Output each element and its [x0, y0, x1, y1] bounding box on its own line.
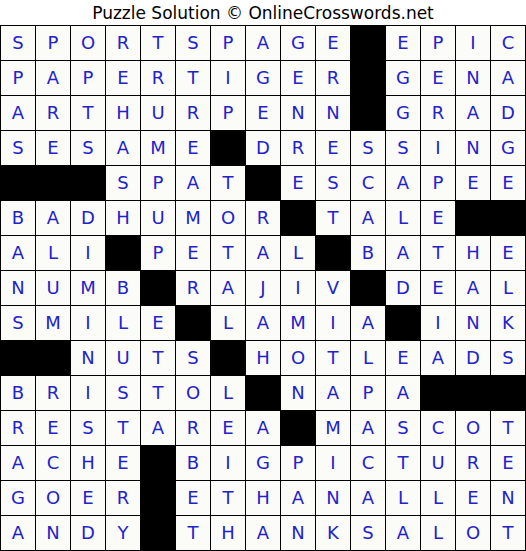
grid-cell: A — [1, 96, 35, 130]
grid-cell: H — [211, 516, 245, 550]
block-cell — [1, 341, 35, 375]
grid-cell: H — [106, 201, 140, 235]
grid-cell: C — [421, 411, 455, 445]
block-cell — [71, 166, 105, 200]
grid-cell: A — [246, 306, 280, 340]
grid-cell: P — [421, 166, 455, 200]
grid-cell: R — [456, 446, 490, 480]
grid-cell: L — [421, 481, 455, 515]
puzzle-solution-page: Puzzle Solution © OnlineCrosswords.net S… — [0, 0, 526, 551]
grid-cell: T — [316, 341, 350, 375]
grid-cell: E — [281, 166, 315, 200]
grid-cell: P — [211, 96, 245, 130]
grid-cell: I — [71, 376, 105, 410]
grid-cell: A — [141, 411, 175, 445]
grid-cell: A — [1, 446, 35, 480]
grid-cell: A — [421, 341, 455, 375]
grid-cell: B — [351, 236, 385, 270]
block-cell — [141, 481, 175, 515]
grid-cell: N — [281, 516, 315, 550]
grid-cell: T — [176, 61, 210, 95]
block-cell — [141, 516, 175, 550]
grid-cell: I — [316, 306, 350, 340]
grid-cell: A — [456, 271, 490, 305]
grid-cell: D — [71, 516, 105, 550]
grid-cell: L — [106, 306, 140, 340]
grid-cell: U — [141, 201, 175, 235]
grid-cell: A — [246, 411, 280, 445]
grid-cell: E — [281, 61, 315, 95]
grid-cell: O — [456, 516, 490, 550]
grid-cell: I — [281, 271, 315, 305]
grid-cell: P — [351, 376, 385, 410]
grid-cell: M — [176, 201, 210, 235]
grid-cell: U — [106, 341, 140, 375]
grid-cell: P — [141, 166, 175, 200]
grid-cell: U — [421, 446, 455, 480]
block-cell — [211, 341, 245, 375]
grid-cell: O — [211, 201, 245, 235]
grid-cell: E — [386, 26, 420, 60]
grid-cell: S — [351, 131, 385, 165]
grid-cell: T — [211, 166, 245, 200]
grid-cell: R — [246, 201, 280, 235]
grid-cell: S — [386, 131, 420, 165]
grid-cell: I — [211, 61, 245, 95]
grid-cell: G — [386, 96, 420, 130]
grid-cell: N — [456, 131, 490, 165]
grid-cell: S — [106, 166, 140, 200]
block-cell — [386, 306, 420, 340]
grid-cell: H — [106, 96, 140, 130]
grid-cell: P — [421, 26, 455, 60]
block-cell — [246, 376, 280, 410]
grid-cell: T — [211, 481, 245, 515]
grid-cell: T — [176, 516, 210, 550]
grid-cell: I — [421, 131, 455, 165]
grid-cell: L — [211, 306, 245, 340]
grid-cell: E — [106, 61, 140, 95]
grid-cell: E — [421, 61, 455, 95]
grid-cell: L — [386, 481, 420, 515]
grid-cell: T — [141, 341, 175, 375]
grid-cell: P — [141, 236, 175, 270]
grid-cell: V — [316, 271, 350, 305]
grid-cell: R — [1, 411, 35, 445]
grid-cell: I — [421, 306, 455, 340]
grid-cell: L — [351, 341, 385, 375]
grid-cell: E — [176, 236, 210, 270]
grid-cell: S — [386, 411, 420, 445]
grid-cell: O — [281, 341, 315, 375]
grid-cell: E — [211, 411, 245, 445]
grid-cell: T — [141, 26, 175, 60]
grid-cell: D — [246, 131, 280, 165]
grid-cell: N — [281, 376, 315, 410]
grid-cell: A — [386, 376, 420, 410]
grid-cell: A — [491, 61, 525, 95]
grid-cell: N — [316, 96, 350, 130]
grid-cell: T — [491, 516, 525, 550]
grid-cell: G — [246, 61, 280, 95]
block-cell — [491, 201, 525, 235]
grid-cell: A — [386, 236, 420, 270]
page-title: Puzzle Solution © OnlineCrosswords.net — [0, 0, 526, 25]
grid-cell: A — [351, 201, 385, 235]
grid-cell: A — [211, 271, 245, 305]
grid-cell: P — [71, 61, 105, 95]
grid-cell: C — [351, 166, 385, 200]
grid-cell: B — [106, 271, 140, 305]
grid-cell: S — [1, 306, 35, 340]
block-cell — [141, 446, 175, 480]
grid-cell: T — [71, 96, 105, 130]
grid-cell: P — [211, 26, 245, 60]
block-cell — [281, 201, 315, 235]
grid-cell: G — [491, 131, 525, 165]
grid-cell: E — [421, 201, 455, 235]
block-cell — [421, 376, 455, 410]
grid-cell: G — [246, 446, 280, 480]
grid-cell: N — [456, 61, 490, 95]
grid-cell: T — [491, 411, 525, 445]
grid-cell: E — [176, 131, 210, 165]
grid-cell: E — [491, 446, 525, 480]
grid-cell: D — [491, 96, 525, 130]
grid-cell: S — [176, 341, 210, 375]
grid-cell: A — [351, 411, 385, 445]
grid-cell: P — [1, 61, 35, 95]
grid-cell: Y — [106, 516, 140, 550]
grid-cell: A — [351, 306, 385, 340]
grid-cell: H — [246, 341, 280, 375]
grid-cell: T — [211, 236, 245, 270]
grid-cell: I — [316, 446, 350, 480]
grid-cell: S — [491, 341, 525, 375]
grid-cell: E — [491, 236, 525, 270]
block-cell — [246, 166, 280, 200]
grid-cell: A — [386, 166, 420, 200]
grid-cell: M — [141, 131, 175, 165]
block-cell — [106, 236, 140, 270]
grid-cell: S — [351, 516, 385, 550]
grid-cell: I — [71, 306, 105, 340]
grid-cell: N — [456, 306, 490, 340]
grid-cell: E — [316, 26, 350, 60]
block-cell — [351, 26, 385, 60]
block-cell — [351, 271, 385, 305]
grid-cell: N — [491, 481, 525, 515]
grid-cell: T — [141, 376, 175, 410]
grid-cell: A — [246, 26, 280, 60]
grid-cell: A — [316, 376, 350, 410]
grid-cell: N — [71, 341, 105, 375]
grid-cell: D — [71, 201, 105, 235]
block-cell — [456, 376, 490, 410]
grid-cell: T — [316, 201, 350, 235]
grid-cell: M — [316, 411, 350, 445]
grid-cell: H — [246, 481, 280, 515]
block-cell — [211, 131, 245, 165]
grid-cell: K — [491, 306, 525, 340]
crossword-grid: SPORTSPAGEEPICPAPERTIGERGENAARTHURPENNGR… — [0, 25, 526, 551]
grid-cell: H — [71, 446, 105, 480]
block-cell — [176, 306, 210, 340]
grid-cell: O — [36, 481, 70, 515]
grid-cell: L — [36, 236, 70, 270]
grid-cell: C — [491, 26, 525, 60]
grid-cell: A — [1, 236, 35, 270]
block-cell — [351, 61, 385, 95]
grid-cell: R — [36, 376, 70, 410]
grid-cell: R — [176, 96, 210, 130]
grid-cell: L — [211, 376, 245, 410]
block-cell — [316, 236, 350, 270]
grid-cell: D — [386, 271, 420, 305]
grid-cell: T — [106, 411, 140, 445]
block-cell — [281, 411, 315, 445]
grid-cell: O — [71, 26, 105, 60]
grid-cell: E — [386, 341, 420, 375]
grid-cell: S — [176, 26, 210, 60]
grid-cell: D — [456, 341, 490, 375]
grid-cell: N — [1, 271, 35, 305]
grid-cell: N — [281, 96, 315, 130]
grid-cell: N — [36, 516, 70, 550]
grid-cell: A — [36, 201, 70, 235]
grid-cell: R — [176, 411, 210, 445]
grid-cell: E — [36, 411, 70, 445]
block-cell — [36, 341, 70, 375]
grid-cell: E — [421, 271, 455, 305]
grid-cell: U — [141, 96, 175, 130]
grid-cell: E — [246, 96, 280, 130]
grid-cell: G — [281, 26, 315, 60]
grid-cell: S — [106, 376, 140, 410]
block-cell — [491, 376, 525, 410]
grid-cell: S — [1, 131, 35, 165]
grid-cell: B — [1, 201, 35, 235]
grid-cell: A — [246, 236, 280, 270]
grid-cell: L — [281, 236, 315, 270]
grid-cell: P — [36, 26, 70, 60]
grid-cell: T — [386, 446, 420, 480]
grid-cell: L — [386, 201, 420, 235]
grid-cell: K — [316, 516, 350, 550]
grid-cell: A — [1, 516, 35, 550]
grid-cell: R — [141, 61, 175, 95]
grid-cell: I — [456, 26, 490, 60]
grid-cell: A — [386, 516, 420, 550]
grid-cell: A — [176, 166, 210, 200]
grid-cell: M — [71, 271, 105, 305]
grid-cell: R — [281, 131, 315, 165]
grid-cell: L — [491, 271, 525, 305]
grid-cell: C — [36, 446, 70, 480]
grid-cell: G — [386, 61, 420, 95]
block-cell — [1, 166, 35, 200]
grid-cell: H — [456, 236, 490, 270]
grid-cell: B — [1, 376, 35, 410]
block-cell — [351, 96, 385, 130]
grid-cell: A — [106, 131, 140, 165]
grid-cell: M — [36, 306, 70, 340]
grid-cell: E — [176, 481, 210, 515]
grid-cell: R — [106, 26, 140, 60]
grid-cell: A — [36, 61, 70, 95]
grid-cell: I — [211, 446, 245, 480]
grid-cell: A — [281, 481, 315, 515]
grid-cell: S — [1, 26, 35, 60]
grid-cell: T — [421, 236, 455, 270]
grid-cell: B — [176, 446, 210, 480]
grid-cell: J — [246, 271, 280, 305]
grid-cell: E — [316, 131, 350, 165]
grid-cell: E — [456, 481, 490, 515]
grid-cell: R — [106, 481, 140, 515]
grid-cell: S — [316, 166, 350, 200]
grid-cell: E — [141, 306, 175, 340]
grid-cell: E — [456, 166, 490, 200]
grid-cell: R — [176, 271, 210, 305]
grid-cell: I — [71, 236, 105, 270]
grid-cell: E — [36, 131, 70, 165]
grid-cell: A — [456, 96, 490, 130]
grid-cell: P — [281, 446, 315, 480]
grid-cell: N — [316, 481, 350, 515]
block-cell — [141, 271, 175, 305]
grid-cell: S — [71, 131, 105, 165]
grid-cell: L — [421, 516, 455, 550]
grid-cell: R — [316, 61, 350, 95]
grid-cell: U — [36, 271, 70, 305]
grid-cell: C — [351, 446, 385, 480]
grid-cell: S — [71, 411, 105, 445]
grid-cell: A — [246, 516, 280, 550]
grid-cell: E — [106, 446, 140, 480]
grid-cell: R — [36, 96, 70, 130]
grid-cell: E — [71, 481, 105, 515]
block-cell — [456, 201, 490, 235]
grid-cell: A — [351, 481, 385, 515]
grid-cell: G — [1, 481, 35, 515]
grid-cell: R — [421, 96, 455, 130]
block-cell — [36, 166, 70, 200]
grid-cell: E — [491, 166, 525, 200]
grid-cell: O — [176, 376, 210, 410]
grid-cell: M — [281, 306, 315, 340]
grid-cell: O — [456, 411, 490, 445]
